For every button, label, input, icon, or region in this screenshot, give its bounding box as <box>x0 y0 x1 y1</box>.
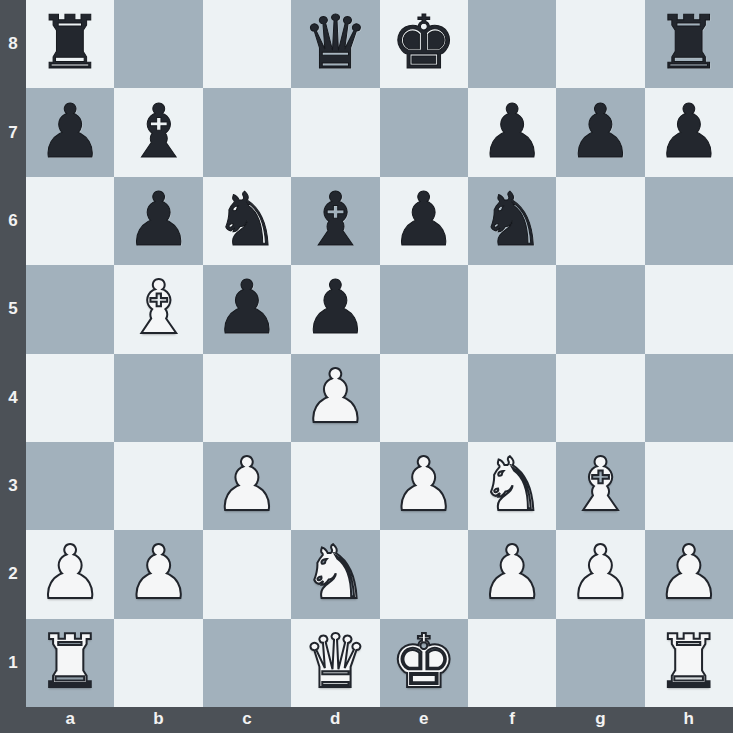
file-label-h: h <box>645 707 733 733</box>
square-b7[interactable]: ♝ <box>114 88 202 176</box>
square-d3[interactable] <box>291 442 379 530</box>
square-d8[interactable]: ♛ <box>291 0 379 88</box>
rank-label-4: 4 <box>0 354 26 442</box>
white-pawn[interactable]: ♟ <box>656 535 722 609</box>
square-b3[interactable] <box>114 442 202 530</box>
chess-board-frame: ♜♛♚♜♟♝♟♟♟♟♞♝♟♞♝♟♟♟♟♟♞♝♟♟♞♟♟♟♜♛♚♜ 8765432… <box>0 0 733 733</box>
board: ♜♛♚♜♟♝♟♟♟♟♞♝♟♞♝♟♟♟♟♟♞♝♟♟♞♟♟♟♜♛♚♜ <box>26 0 733 707</box>
square-b4[interactable] <box>114 354 202 442</box>
white-pawn[interactable]: ♟ <box>214 447 280 521</box>
square-d5[interactable]: ♟ <box>291 265 379 353</box>
square-a2[interactable]: ♟ <box>26 530 114 618</box>
square-d6[interactable]: ♝ <box>291 177 379 265</box>
square-h8[interactable]: ♜ <box>645 0 733 88</box>
rank-label-5: 5 <box>0 265 26 353</box>
square-e3[interactable]: ♟ <box>380 442 468 530</box>
frame-corner <box>0 707 26 733</box>
square-c1[interactable] <box>203 619 291 707</box>
black-rook[interactable]: ♜ <box>656 5 722 79</box>
white-bishop[interactable]: ♝ <box>125 270 191 344</box>
rank-label-8: 8 <box>0 0 26 88</box>
square-c2[interactable] <box>203 530 291 618</box>
square-c8[interactable] <box>203 0 291 88</box>
white-king[interactable]: ♚ <box>391 624 457 698</box>
square-a5[interactable] <box>26 265 114 353</box>
square-a3[interactable] <box>26 442 114 530</box>
square-c6[interactable]: ♞ <box>203 177 291 265</box>
rank-label-1: 1 <box>0 619 26 707</box>
rank-label-2: 2 <box>0 530 26 618</box>
white-pawn[interactable]: ♟ <box>125 535 191 609</box>
white-pawn[interactable]: ♟ <box>567 535 633 609</box>
black-pawn[interactable]: ♟ <box>125 182 191 256</box>
square-e2[interactable] <box>380 530 468 618</box>
square-g5[interactable] <box>556 265 644 353</box>
black-knight[interactable]: ♞ <box>214 182 280 256</box>
black-pawn[interactable]: ♟ <box>479 94 545 168</box>
square-g4[interactable] <box>556 354 644 442</box>
square-h7[interactable]: ♟ <box>645 88 733 176</box>
square-d1[interactable]: ♛ <box>291 619 379 707</box>
square-d2[interactable]: ♞ <box>291 530 379 618</box>
square-c7[interactable] <box>203 88 291 176</box>
black-pawn[interactable]: ♟ <box>214 270 280 344</box>
black-knight[interactable]: ♞ <box>479 182 545 256</box>
white-knight[interactable]: ♞ <box>302 535 368 609</box>
square-c3[interactable]: ♟ <box>203 442 291 530</box>
square-e4[interactable] <box>380 354 468 442</box>
square-e8[interactable]: ♚ <box>380 0 468 88</box>
square-f3[interactable]: ♞ <box>468 442 556 530</box>
square-g1[interactable] <box>556 619 644 707</box>
square-b1[interactable] <box>114 619 202 707</box>
white-bishop[interactable]: ♝ <box>567 447 633 521</box>
rank-labels: 87654321 <box>0 0 26 707</box>
square-a1[interactable]: ♜ <box>26 619 114 707</box>
black-pawn[interactable]: ♟ <box>302 270 368 344</box>
square-g7[interactable]: ♟ <box>556 88 644 176</box>
rank-label-3: 3 <box>0 442 26 530</box>
file-label-f: f <box>468 707 556 733</box>
square-a8[interactable]: ♜ <box>26 0 114 88</box>
square-a4[interactable] <box>26 354 114 442</box>
black-pawn[interactable]: ♟ <box>37 94 103 168</box>
square-e6[interactable]: ♟ <box>380 177 468 265</box>
square-h6[interactable] <box>645 177 733 265</box>
square-f5[interactable] <box>468 265 556 353</box>
square-g2[interactable]: ♟ <box>556 530 644 618</box>
square-h5[interactable] <box>645 265 733 353</box>
file-label-d: d <box>291 707 379 733</box>
square-b5[interactable]: ♝ <box>114 265 202 353</box>
square-g3[interactable]: ♝ <box>556 442 644 530</box>
white-knight[interactable]: ♞ <box>479 447 545 521</box>
square-f6[interactable]: ♞ <box>468 177 556 265</box>
file-labels: abcdefgh <box>26 707 733 733</box>
square-f7[interactable]: ♟ <box>468 88 556 176</box>
black-bishop[interactable]: ♝ <box>302 182 368 256</box>
square-f8[interactable] <box>468 0 556 88</box>
white-rook[interactable]: ♜ <box>37 624 103 698</box>
square-f2[interactable]: ♟ <box>468 530 556 618</box>
black-pawn[interactable]: ♟ <box>656 94 722 168</box>
square-h3[interactable] <box>645 442 733 530</box>
file-label-e: e <box>380 707 468 733</box>
black-pawn[interactable]: ♟ <box>391 182 457 256</box>
file-label-a: a <box>26 707 114 733</box>
square-e7[interactable] <box>380 88 468 176</box>
black-pawn[interactable]: ♟ <box>567 94 633 168</box>
white-queen[interactable]: ♛ <box>302 624 368 698</box>
file-label-g: g <box>556 707 644 733</box>
white-pawn[interactable]: ♟ <box>302 359 368 433</box>
black-bishop[interactable]: ♝ <box>125 94 191 168</box>
square-d7[interactable] <box>291 88 379 176</box>
square-a6[interactable] <box>26 177 114 265</box>
square-a7[interactable]: ♟ <box>26 88 114 176</box>
square-b6[interactable]: ♟ <box>114 177 202 265</box>
file-label-b: b <box>114 707 202 733</box>
black-king[interactable]: ♚ <box>391 5 457 79</box>
square-e1[interactable]: ♚ <box>380 619 468 707</box>
square-d4[interactable]: ♟ <box>291 354 379 442</box>
square-c4[interactable] <box>203 354 291 442</box>
square-g8[interactable] <box>556 0 644 88</box>
white-rook[interactable]: ♜ <box>656 624 722 698</box>
square-b8[interactable] <box>114 0 202 88</box>
file-label-c: c <box>203 707 291 733</box>
white-pawn[interactable]: ♟ <box>391 447 457 521</box>
square-g6[interactable] <box>556 177 644 265</box>
square-h1[interactable]: ♜ <box>645 619 733 707</box>
black-rook[interactable]: ♜ <box>37 5 103 79</box>
square-f4[interactable] <box>468 354 556 442</box>
square-b2[interactable]: ♟ <box>114 530 202 618</box>
white-pawn[interactable]: ♟ <box>479 535 545 609</box>
black-queen[interactable]: ♛ <box>302 5 368 79</box>
white-pawn[interactable]: ♟ <box>37 535 103 609</box>
square-c5[interactable]: ♟ <box>203 265 291 353</box>
rank-label-6: 6 <box>0 177 26 265</box>
square-h4[interactable] <box>645 354 733 442</box>
square-e5[interactable] <box>380 265 468 353</box>
square-f1[interactable] <box>468 619 556 707</box>
square-h2[interactable]: ♟ <box>645 530 733 618</box>
rank-label-7: 7 <box>0 88 26 176</box>
